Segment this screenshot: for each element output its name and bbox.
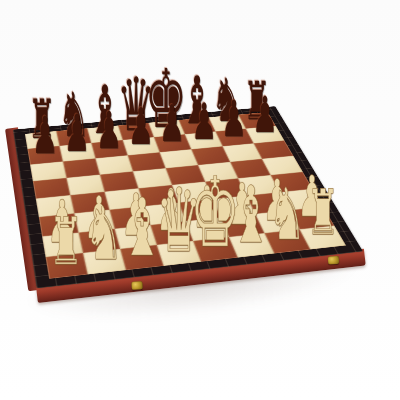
board-grid	[25, 112, 346, 279]
square-b1	[83, 249, 126, 275]
brass-latch-icon	[131, 281, 142, 290]
brass-latch-icon	[328, 256, 339, 265]
chess-set-photo: ♜♞♝♛♚♝♞♜♟♟♟♟♟♟♟♟♟♟♟♟♟♟♟♟♜♞♝♛♚♝♞♜	[0, 0, 400, 400]
square-a1	[46, 253, 88, 279]
